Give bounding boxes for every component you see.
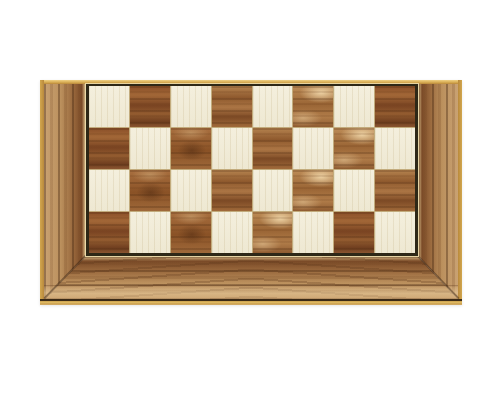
brass-trim-left <box>40 80 44 305</box>
square-r3c1-light <box>89 170 129 211</box>
square-r4c7-dark <box>334 212 374 253</box>
square-r3c8-dark <box>375 170 415 211</box>
square-r2c5-dark <box>253 128 293 169</box>
square-r1c1-light <box>89 86 129 127</box>
square-r2c6-light <box>293 128 333 169</box>
chessboard-case <box>40 80 462 305</box>
board-grid <box>89 86 415 253</box>
square-r2c2-light <box>130 128 170 169</box>
square-r4c8-light <box>375 212 415 253</box>
brass-trim-bottom <box>40 299 462 305</box>
square-r4c4-light <box>212 212 252 253</box>
square-r1c4-dark <box>212 86 252 127</box>
square-r2c3-dark <box>171 128 211 169</box>
square-r1c2-dark <box>130 86 170 127</box>
square-r4c2-light <box>130 212 170 253</box>
product-photo <box>0 0 500 400</box>
square-r4c6-light <box>293 212 333 253</box>
frame-rail-bottom <box>44 256 458 299</box>
square-r2c4-light <box>212 128 252 169</box>
square-r1c8-dark <box>375 86 415 127</box>
square-r1c3-light <box>171 86 211 127</box>
square-r1c5-light <box>253 86 293 127</box>
square-r4c3-dark <box>171 212 211 253</box>
square-r3c5-light <box>253 170 293 211</box>
square-r3c3-light <box>171 170 211 211</box>
square-r3c2-dark <box>130 170 170 211</box>
brass-trim-right <box>458 80 462 305</box>
square-r3c7-light <box>334 170 374 211</box>
square-r1c7-light <box>334 86 374 127</box>
chessboard-field <box>86 84 418 256</box>
square-r4c5-dark <box>253 212 293 253</box>
square-r3c4-dark <box>212 170 252 211</box>
square-r3c6-dark <box>293 170 333 211</box>
square-r2c1-dark <box>89 128 129 169</box>
square-r2c8-light <box>375 128 415 169</box>
square-r4c1-dark <box>89 212 129 253</box>
square-r1c6-dark <box>293 86 333 127</box>
square-r2c7-dark <box>334 128 374 169</box>
